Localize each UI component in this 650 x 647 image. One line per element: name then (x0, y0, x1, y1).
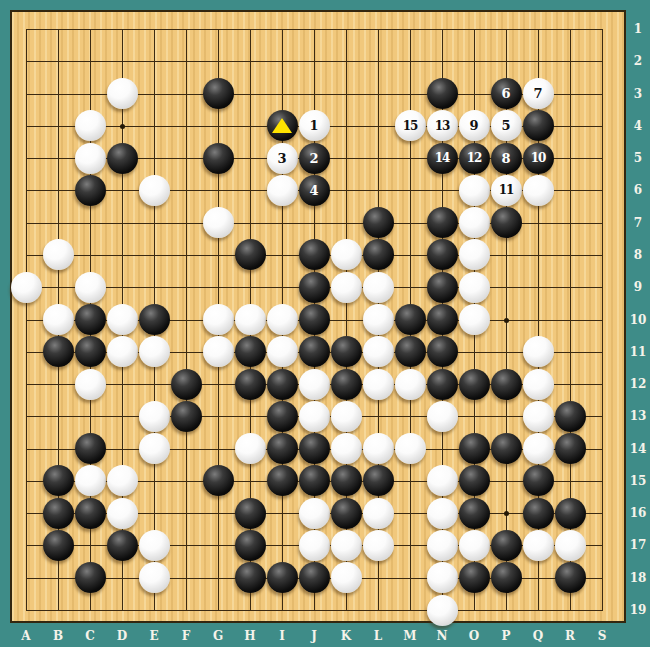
black-stone-H16[interactable] (235, 498, 266, 529)
column-label-I: I (272, 629, 292, 643)
column-label-E: E (144, 629, 164, 643)
white-stone-O6[interactable] (459, 175, 490, 206)
black-stone-P3[interactable]: 6 (491, 78, 522, 109)
black-stone-E10[interactable] (139, 304, 170, 335)
white-stone-N17[interactable] (427, 530, 458, 561)
white-stone-M14[interactable] (395, 433, 426, 464)
black-stone-Q5[interactable]: 10 (523, 143, 554, 174)
white-stone-E6[interactable] (139, 175, 170, 206)
white-stone-N15[interactable] (427, 465, 458, 496)
white-stone-I10[interactable] (267, 304, 298, 335)
black-stone-N5[interactable]: 14 (427, 143, 458, 174)
black-stone-N11[interactable] (427, 336, 458, 367)
column-label-F: F (176, 629, 196, 643)
row-label-4: 4 (626, 119, 650, 133)
black-stone-M11[interactable] (395, 336, 426, 367)
white-stone-L14[interactable] (363, 433, 394, 464)
column-label-A: A (16, 629, 36, 643)
black-stone-J15[interactable] (299, 465, 330, 496)
white-stone-K18[interactable] (331, 562, 362, 593)
white-stone-O8[interactable] (459, 239, 490, 270)
triangle-marker-icon (272, 118, 292, 133)
black-stone-P17[interactable] (491, 530, 522, 561)
black-stone-N9[interactable] (427, 272, 458, 303)
row-label-16: 16 (626, 506, 650, 520)
white-stone-P6[interactable]: 11 (491, 175, 522, 206)
white-stone-E13[interactable] (139, 401, 170, 432)
white-stone-C4[interactable] (75, 110, 106, 141)
black-stone-C10[interactable] (75, 304, 106, 335)
grid-line-vertical (602, 29, 603, 611)
white-stone-Q6[interactable] (523, 175, 554, 206)
row-label-18: 18 (626, 571, 650, 585)
black-stone-L15[interactable] (363, 465, 394, 496)
row-label-12: 12 (626, 377, 650, 391)
white-stone-N16[interactable] (427, 498, 458, 529)
column-label-G: G (208, 629, 228, 643)
black-stone-H18[interactable] (235, 562, 266, 593)
black-stone-Q16[interactable] (523, 498, 554, 529)
black-stone-D17[interactable] (107, 530, 138, 561)
black-stone-O15[interactable] (459, 465, 490, 496)
white-stone-Q11[interactable] (523, 336, 554, 367)
row-label-11: 11 (626, 345, 650, 359)
white-stone-M12[interactable] (395, 369, 426, 400)
column-label-K: K (336, 629, 356, 643)
column-label-S: S (592, 629, 612, 643)
white-stone-L16[interactable] (363, 498, 394, 529)
white-stone-J17[interactable] (299, 530, 330, 561)
column-label-P: P (496, 629, 516, 643)
black-stone-H17[interactable] (235, 530, 266, 561)
black-stone-J18[interactable] (299, 562, 330, 593)
row-label-14: 14 (626, 442, 650, 456)
white-stone-R17[interactable] (555, 530, 586, 561)
white-stone-I5[interactable]: 3 (267, 143, 298, 174)
white-stone-K8[interactable] (331, 239, 362, 270)
black-stone-N12[interactable] (427, 369, 458, 400)
black-stone-R13[interactable] (555, 401, 586, 432)
move-number: 4 (309, 184, 318, 197)
column-label-D: D (112, 629, 132, 643)
black-stone-J11[interactable] (299, 336, 330, 367)
row-label-5: 5 (626, 151, 650, 165)
black-stone-N7[interactable] (427, 207, 458, 238)
black-stone-B15[interactable] (43, 465, 74, 496)
black-stone-O16[interactable] (459, 498, 490, 529)
black-stone-P18[interactable] (491, 562, 522, 593)
move-number: 12 (467, 152, 482, 164)
black-stone-J5[interactable]: 2 (299, 143, 330, 174)
white-stone-G10[interactable] (203, 304, 234, 335)
black-stone-Q4[interactable] (523, 110, 554, 141)
white-stone-H10[interactable] (235, 304, 266, 335)
move-number: 2 (309, 152, 318, 165)
white-stone-B10[interactable] (43, 304, 74, 335)
black-stone-P12[interactable] (491, 369, 522, 400)
white-stone-G7[interactable] (203, 207, 234, 238)
white-stone-E11[interactable] (139, 336, 170, 367)
white-stone-K13[interactable] (331, 401, 362, 432)
row-label-6: 6 (626, 183, 650, 197)
black-stone-F13[interactable] (171, 401, 202, 432)
white-stone-L9[interactable] (363, 272, 394, 303)
white-stone-Q14[interactable] (523, 433, 554, 464)
black-stone-L7[interactable] (363, 207, 394, 238)
black-stone-L8[interactable] (363, 239, 394, 270)
black-stone-O18[interactable] (459, 562, 490, 593)
go-game-screen: 6711513953214128104111234567891011121314… (0, 0, 650, 647)
column-label-L: L (368, 629, 388, 643)
black-stone-B17[interactable] (43, 530, 74, 561)
black-stone-K16[interactable] (331, 498, 362, 529)
grid-line-horizontal (26, 610, 603, 611)
move-number: 11 (499, 184, 514, 196)
black-stone-J14[interactable] (299, 433, 330, 464)
white-stone-D15[interactable] (107, 465, 138, 496)
white-stone-Q12[interactable] (523, 369, 554, 400)
white-stone-C9[interactable] (75, 272, 106, 303)
row-label-3: 3 (626, 87, 650, 101)
column-label-J: J (304, 629, 324, 643)
black-stone-J6[interactable]: 4 (299, 175, 330, 206)
white-stone-D16[interactable] (107, 498, 138, 529)
black-stone-J9[interactable] (299, 272, 330, 303)
star-point (504, 318, 509, 323)
black-stone-I4[interactable] (267, 110, 298, 141)
white-stone-D10[interactable] (107, 304, 138, 335)
column-label-N: N (432, 629, 452, 643)
black-stone-P5[interactable]: 8 (491, 143, 522, 174)
column-label-Q: Q (528, 629, 548, 643)
row-label-15: 15 (626, 474, 650, 488)
move-number: 8 (501, 152, 510, 165)
white-stone-K9[interactable] (331, 272, 362, 303)
black-stone-C16[interactable] (75, 498, 106, 529)
white-stone-Q17[interactable] (523, 530, 554, 561)
white-stone-Q13[interactable] (523, 401, 554, 432)
black-stone-I14[interactable] (267, 433, 298, 464)
row-label-9: 9 (626, 280, 650, 294)
white-stone-N13[interactable] (427, 401, 458, 432)
black-stone-H12[interactable] (235, 369, 266, 400)
white-stone-K14[interactable] (331, 433, 362, 464)
row-label-19: 19 (626, 603, 650, 617)
white-stone-A9[interactable] (11, 272, 42, 303)
move-number: 5 (501, 119, 510, 132)
black-stone-Q15[interactable] (523, 465, 554, 496)
white-stone-Q3[interactable]: 7 (523, 78, 554, 109)
white-stone-B8[interactable] (43, 239, 74, 270)
black-stone-G5[interactable] (203, 143, 234, 174)
column-label-C: C (80, 629, 100, 643)
black-stone-C6[interactable] (75, 175, 106, 206)
white-stone-G11[interactable] (203, 336, 234, 367)
black-stone-C11[interactable] (75, 336, 106, 367)
white-stone-E18[interactable] (139, 562, 170, 593)
white-stone-N19[interactable] (427, 595, 458, 626)
black-stone-P14[interactable] (491, 433, 522, 464)
white-stone-I6[interactable] (267, 175, 298, 206)
white-stone-M4[interactable]: 15 (395, 110, 426, 141)
black-stone-O5[interactable]: 12 (459, 143, 490, 174)
row-label-10: 10 (626, 313, 650, 327)
black-stone-N8[interactable] (427, 239, 458, 270)
move-number: 9 (469, 119, 478, 132)
white-stone-E17[interactable] (139, 530, 170, 561)
white-stone-J12[interactable] (299, 369, 330, 400)
black-stone-R16[interactable] (555, 498, 586, 529)
move-number: 14 (435, 152, 450, 164)
white-stone-C12[interactable] (75, 369, 106, 400)
white-stone-O9[interactable] (459, 272, 490, 303)
white-stone-L10[interactable] (363, 304, 394, 335)
white-stone-D11[interactable] (107, 336, 138, 367)
black-stone-B16[interactable] (43, 498, 74, 529)
column-label-M: M (400, 629, 420, 643)
black-stone-O12[interactable] (459, 369, 490, 400)
white-stone-P4[interactable]: 5 (491, 110, 522, 141)
black-stone-J8[interactable] (299, 239, 330, 270)
white-stone-J13[interactable] (299, 401, 330, 432)
move-number: 7 (533, 87, 542, 100)
row-label-17: 17 (626, 538, 650, 552)
black-stone-N10[interactable] (427, 304, 458, 335)
black-stone-P7[interactable] (491, 207, 522, 238)
row-label-8: 8 (626, 248, 650, 262)
column-label-R: R (560, 629, 580, 643)
white-stone-C15[interactable] (75, 465, 106, 496)
white-stone-H14[interactable] (235, 433, 266, 464)
white-stone-I11[interactable] (267, 336, 298, 367)
white-stone-N4[interactable]: 13 (427, 110, 458, 141)
row-label-2: 2 (626, 54, 650, 68)
move-number: 1 (309, 119, 318, 132)
black-stone-K12[interactable] (331, 369, 362, 400)
white-stone-N18[interactable] (427, 562, 458, 593)
column-label-B: B (48, 629, 68, 643)
column-label-H: H (240, 629, 260, 643)
white-stone-J4[interactable]: 1 (299, 110, 330, 141)
white-stone-O4[interactable]: 9 (459, 110, 490, 141)
move-number: 6 (501, 87, 510, 100)
black-stone-G3[interactable] (203, 78, 234, 109)
white-stone-K17[interactable] (331, 530, 362, 561)
white-stone-L12[interactable] (363, 369, 394, 400)
black-stone-J10[interactable] (299, 304, 330, 335)
white-stone-E14[interactable] (139, 433, 170, 464)
black-stone-M10[interactable] (395, 304, 426, 335)
star-point (120, 124, 125, 129)
black-stone-R14[interactable] (555, 433, 586, 464)
move-number: 13 (435, 120, 450, 132)
white-stone-O17[interactable] (459, 530, 490, 561)
black-stone-I18[interactable] (267, 562, 298, 593)
black-stone-I15[interactable] (267, 465, 298, 496)
white-stone-J16[interactable] (299, 498, 330, 529)
black-stone-B11[interactable] (43, 336, 74, 367)
row-label-13: 13 (626, 409, 650, 423)
white-stone-O10[interactable] (459, 304, 490, 335)
black-stone-G15[interactable] (203, 465, 234, 496)
black-stone-D5[interactable] (107, 143, 138, 174)
move-number: 15 (403, 120, 418, 132)
row-label-1: 1 (626, 22, 650, 36)
row-label-7: 7 (626, 216, 650, 230)
white-stone-D3[interactable] (107, 78, 138, 109)
black-stone-H11[interactable] (235, 336, 266, 367)
white-stone-L11[interactable] (363, 336, 394, 367)
black-stone-I12[interactable] (267, 369, 298, 400)
move-number: 3 (277, 152, 286, 165)
black-stone-I13[interactable] (267, 401, 298, 432)
column-label-O: O (464, 629, 484, 643)
black-stone-C14[interactable] (75, 433, 106, 464)
black-stone-K11[interactable] (331, 336, 362, 367)
white-stone-O7[interactable] (459, 207, 490, 238)
black-stone-F12[interactable] (171, 369, 202, 400)
black-stone-R18[interactable] (555, 562, 586, 593)
move-number: 10 (531, 152, 546, 164)
black-stone-C18[interactable] (75, 562, 106, 593)
white-stone-L17[interactable] (363, 530, 394, 561)
black-stone-N3[interactable] (427, 78, 458, 109)
black-stone-H8[interactable] (235, 239, 266, 270)
black-stone-K15[interactable] (331, 465, 362, 496)
white-stone-C5[interactable] (75, 143, 106, 174)
black-stone-O14[interactable] (459, 433, 490, 464)
